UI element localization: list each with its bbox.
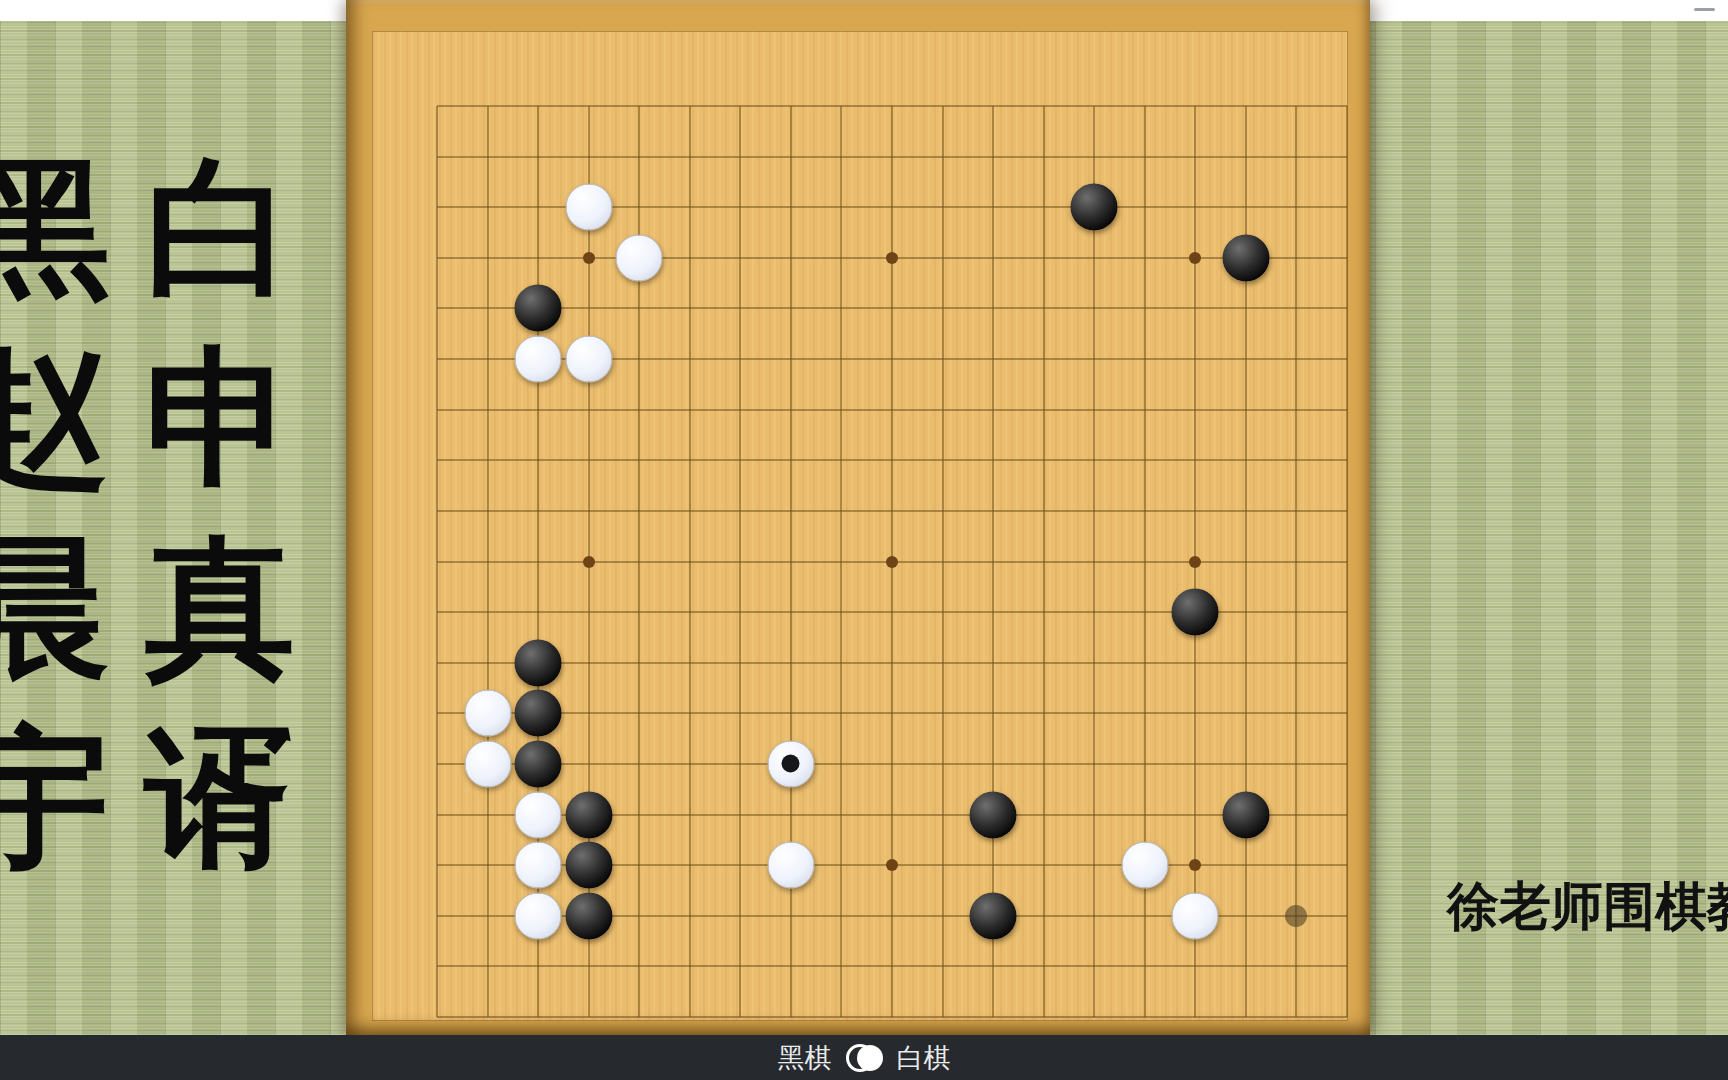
- star-point: [1189, 859, 1201, 871]
- black-stone: [1071, 184, 1118, 231]
- grid-line: [1296, 106, 1297, 1017]
- grid-line: [1094, 106, 1095, 1017]
- star-point: [583, 556, 595, 568]
- white-stone: [515, 842, 562, 889]
- black-stone: [515, 690, 562, 737]
- grid-line: [1347, 106, 1348, 1017]
- board-grid: [437, 106, 1347, 1017]
- watermark-text: 徐老师围棋教室: [1447, 874, 1728, 938]
- star-point: [886, 252, 898, 264]
- board-face: [372, 31, 1348, 1021]
- minimize-icon[interactable]: [1694, 8, 1715, 11]
- black-player-char: 晨: [0, 513, 120, 703]
- white-player-char: 谞: [135, 703, 305, 893]
- white-player-column: 白 申 真 谞: [135, 133, 305, 893]
- last-move-marker: [782, 755, 800, 773]
- black-player-char: 黑: [0, 133, 120, 323]
- star-point: [886, 556, 898, 568]
- screen: { "game": "go", "board": { "size": 19, "…: [0, 0, 1728, 1080]
- grid-line: [437, 1017, 1347, 1018]
- white-stone: [515, 336, 562, 383]
- black-player-column: 黑 赵 晨 宇: [0, 133, 120, 893]
- grid-line: [1043, 106, 1044, 1017]
- white-stone: [515, 892, 562, 939]
- white-stone: [767, 740, 814, 787]
- grid-line: [437, 966, 1347, 967]
- black-stone: [970, 892, 1017, 939]
- star-point: [583, 252, 595, 264]
- grid-line: [437, 713, 1347, 714]
- black-stone: [515, 740, 562, 787]
- black-stone: [1222, 234, 1269, 281]
- white-stone: [1172, 892, 1219, 939]
- toggle-knob-icon: [857, 1045, 883, 1071]
- grid-line: [437, 662, 1347, 663]
- white-stone: [1121, 842, 1168, 889]
- white-player-char: 申: [135, 323, 305, 513]
- white-stone: [565, 336, 612, 383]
- white-toggle-label: 白棋: [897, 1040, 951, 1076]
- black-stone: [1222, 791, 1269, 838]
- white-stone: [464, 740, 511, 787]
- black-stone: [565, 791, 612, 838]
- star-point: [1189, 252, 1201, 264]
- star-point: [1189, 556, 1201, 568]
- grid-line: [942, 106, 943, 1017]
- bottom-bar: 黑棋 白棋: [0, 1035, 1728, 1080]
- black-stone: [515, 639, 562, 686]
- go-board[interactable]: [346, 0, 1370, 1035]
- white-stone: [767, 842, 814, 889]
- white-player-char: 真: [135, 513, 305, 703]
- white-stone: [616, 234, 663, 281]
- stone-color-toggle[interactable]: [846, 1044, 883, 1072]
- black-player-char: 宇: [0, 703, 120, 893]
- black-toggle-label: 黑棋: [778, 1040, 832, 1076]
- black-player-char: 赵: [0, 323, 120, 513]
- white-stone: [515, 791, 562, 838]
- white-player-char: 白: [135, 133, 305, 323]
- white-stone: [565, 184, 612, 231]
- grid-line: [437, 763, 1347, 764]
- black-stone: [515, 285, 562, 332]
- star-point: [886, 859, 898, 871]
- black-stone: [970, 791, 1017, 838]
- white-stone: [464, 690, 511, 737]
- ghost-stone-preview[interactable]: [1285, 905, 1307, 927]
- black-stone: [1172, 589, 1219, 636]
- black-stone: [565, 892, 612, 939]
- black-stone: [565, 842, 612, 889]
- grid-line: [993, 106, 994, 1017]
